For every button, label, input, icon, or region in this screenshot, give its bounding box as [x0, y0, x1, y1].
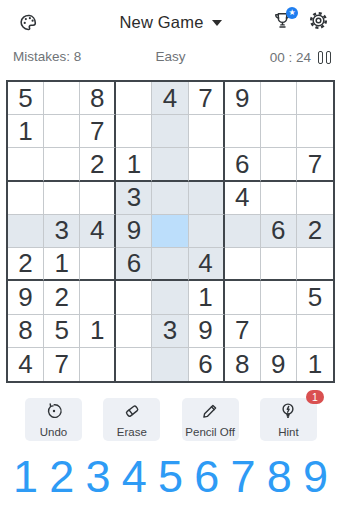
sudoku-cell[interactable]: 9: [8, 281, 44, 314]
sudoku-cell[interactable]: [116, 281, 152, 314]
sudoku-cell[interactable]: [261, 182, 297, 215]
settings-button[interactable]: [306, 10, 330, 34]
undo-label: Undo: [40, 426, 68, 438]
sudoku-cell[interactable]: [152, 348, 188, 381]
sudoku-cell[interactable]: [80, 182, 116, 215]
sudoku-cell[interactable]: 1: [8, 115, 44, 148]
sudoku-board: 58479172167343496221649215851397476891: [6, 80, 335, 383]
sudoku-cell[interactable]: 3: [116, 182, 152, 215]
sudoku-cell[interactable]: [189, 182, 225, 215]
pencil-icon: [200, 401, 220, 425]
pause-icon: [318, 51, 323, 64]
erase-button[interactable]: Erase: [103, 398, 160, 441]
undo-button[interactable]: Undo: [25, 398, 82, 441]
sudoku-cell[interactable]: 4: [225, 182, 261, 215]
sudoku-cell[interactable]: [225, 281, 261, 314]
sudoku-cell[interactable]: [225, 248, 261, 281]
sudoku-cell[interactable]: [152, 248, 188, 281]
page-title: New Game: [119, 13, 203, 32]
eraser-icon: [122, 401, 142, 425]
gear-icon: [307, 9, 330, 36]
sudoku-cell[interactable]: [8, 148, 44, 181]
sudoku-cell[interactable]: [44, 115, 80, 148]
sudoku-cell[interactable]: 5: [44, 315, 80, 348]
sudoku-cell[interactable]: [297, 115, 333, 148]
sudoku-cell[interactable]: 8: [225, 348, 261, 381]
top-bar: New Game ★: [0, 6, 341, 38]
sudoku-cell[interactable]: 7: [189, 82, 225, 115]
hint-label: Hint: [278, 426, 298, 438]
sudoku-cell[interactable]: 5: [297, 281, 333, 314]
sudoku-cell[interactable]: [8, 182, 44, 215]
sudoku-cell[interactable]: [152, 115, 188, 148]
sudoku-cell[interactable]: [297, 182, 333, 215]
sudoku-cell[interactable]: [116, 348, 152, 381]
sudoku-cell[interactable]: 6: [189, 348, 225, 381]
sudoku-cell[interactable]: [189, 215, 225, 248]
hint-count-badge: 1: [306, 390, 324, 404]
sudoku-cell[interactable]: 2: [297, 215, 333, 248]
sudoku-cell-selected[interactable]: [152, 215, 188, 248]
sudoku-cell[interactable]: [8, 215, 44, 248]
sudoku-cell[interactable]: 2: [44, 281, 80, 314]
sudoku-cell[interactable]: [44, 182, 80, 215]
sudoku-cell[interactable]: [261, 82, 297, 115]
sudoku-cell[interactable]: 3: [152, 315, 188, 348]
status-bar: Mistakes: 8 Easy 00 : 24: [0, 47, 341, 67]
sudoku-cell[interactable]: [225, 215, 261, 248]
star-badge-icon: ★: [286, 7, 298, 19]
numpad-3[interactable]: 3: [85, 450, 110, 504]
numpad-9[interactable]: 9: [303, 450, 328, 504]
undo-icon: [44, 401, 64, 425]
numpad-8[interactable]: 8: [267, 450, 292, 504]
sudoku-cell[interactable]: [44, 82, 80, 115]
lightbulb-icon: [278, 401, 298, 425]
sudoku-cell[interactable]: 6: [116, 248, 152, 281]
chevron-down-icon: [212, 20, 222, 26]
sudoku-cell[interactable]: [116, 315, 152, 348]
numpad-6[interactable]: 6: [194, 450, 219, 504]
toolbar: Undo Erase Pencil Off: [25, 398, 317, 441]
sudoku-cell[interactable]: [297, 82, 333, 115]
sudoku-cell[interactable]: 2: [80, 148, 116, 181]
pencil-button[interactable]: Pencil Off: [182, 398, 239, 441]
numpad-7[interactable]: 7: [230, 450, 255, 504]
sudoku-cell[interactable]: 7: [80, 115, 116, 148]
sudoku-cell[interactable]: [152, 182, 188, 215]
numpad-4[interactable]: 4: [122, 450, 147, 504]
numpad-1[interactable]: 1: [13, 450, 38, 504]
sudoku-cell[interactable]: 1: [44, 248, 80, 281]
sudoku-cell[interactable]: [261, 115, 297, 148]
sudoku-cell[interactable]: [116, 115, 152, 148]
sudoku-cell[interactable]: 7: [44, 348, 80, 381]
sudoku-cell[interactable]: [189, 115, 225, 148]
sudoku-cell[interactable]: 2: [8, 248, 44, 281]
sudoku-cell[interactable]: 9: [225, 82, 261, 115]
number-pad: 123456789: [13, 450, 328, 504]
numpad-5[interactable]: 5: [158, 450, 183, 504]
sudoku-cell[interactable]: 8: [80, 82, 116, 115]
sudoku-cell[interactable]: [261, 281, 297, 314]
sudoku-cell[interactable]: 1: [297, 348, 333, 381]
numpad-2[interactable]: 2: [49, 450, 74, 504]
sudoku-cell[interactable]: 7: [225, 315, 261, 348]
sudoku-cell[interactable]: [152, 281, 188, 314]
sudoku-cell[interactable]: 6: [225, 148, 261, 181]
sudoku-cell[interactable]: [261, 148, 297, 181]
sudoku-cell[interactable]: 4: [80, 215, 116, 248]
sudoku-cell[interactable]: [152, 148, 188, 181]
sudoku-cell[interactable]: 4: [8, 348, 44, 381]
sudoku-cell[interactable]: [116, 82, 152, 115]
sudoku-cell[interactable]: [189, 148, 225, 181]
trophy-button[interactable]: ★: [270, 10, 294, 34]
sudoku-cell[interactable]: 4: [189, 248, 225, 281]
sudoku-cell[interactable]: 9: [261, 348, 297, 381]
sudoku-cell[interactable]: 6: [261, 215, 297, 248]
sudoku-cell[interactable]: [80, 281, 116, 314]
sudoku-cell[interactable]: 3: [44, 215, 80, 248]
sudoku-cell[interactable]: 1: [189, 281, 225, 314]
sudoku-cell[interactable]: [297, 315, 333, 348]
sudoku-cell[interactable]: [225, 115, 261, 148]
sudoku-cell[interactable]: 1: [116, 148, 152, 181]
hint-button[interactable]: Hint 1: [260, 398, 317, 441]
sudoku-cell[interactable]: 9: [189, 315, 225, 348]
sudoku-cell[interactable]: 8: [8, 315, 44, 348]
pause-button[interactable]: [318, 51, 331, 64]
timer: 00 : 24: [270, 50, 311, 65]
sudoku-cell[interactable]: [80, 248, 116, 281]
sudoku-cell[interactable]: [261, 248, 297, 281]
sudoku-cell[interactable]: [297, 248, 333, 281]
sudoku-cell[interactable]: 7: [297, 148, 333, 181]
sudoku-cell[interactable]: 5: [8, 82, 44, 115]
sudoku-cell[interactable]: [80, 348, 116, 381]
pencil-label: Pencil Off: [185, 426, 235, 438]
erase-label: Erase: [117, 426, 147, 438]
sudoku-cell[interactable]: 4: [152, 82, 188, 115]
sudoku-cell[interactable]: 9: [116, 215, 152, 248]
sudoku-cell[interactable]: 1: [80, 315, 116, 348]
sudoku-cell[interactable]: [44, 148, 80, 181]
sudoku-cell[interactable]: [261, 315, 297, 348]
